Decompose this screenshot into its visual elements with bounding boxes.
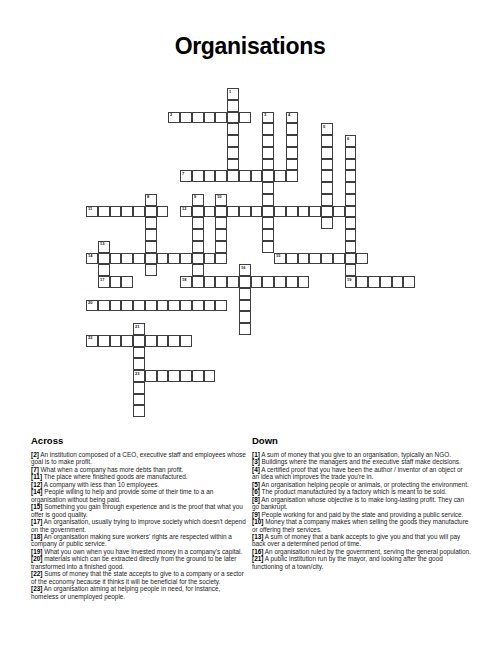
- grid-cell-r27c4[interactable]: [133, 405, 145, 417]
- grid-cell-r10c3[interactable]: [121, 206, 133, 218]
- grid-cell-r2c8[interactable]: [180, 112, 192, 124]
- grid-cell-r5c12[interactable]: [227, 147, 239, 159]
- grid-cell-r20c4[interactable]: 21: [133, 323, 145, 335]
- grid-cell-r24c8[interactable]: [180, 370, 192, 382]
- clue-number-4: 4: [288, 113, 290, 117]
- clue-number-18: 18: [182, 278, 186, 282]
- grid-cell-r14c3[interactable]: [121, 253, 133, 265]
- grid-cell-r3c17[interactable]: [286, 123, 298, 135]
- grid-cell-r10c17[interactable]: [286, 206, 298, 218]
- grid-cell-r21c6[interactable]: [157, 335, 169, 347]
- grid-cell-r16c18[interactable]: [298, 276, 310, 288]
- grid-cell-r10c1[interactable]: [98, 206, 110, 218]
- grid-cell-r6c20[interactable]: [321, 159, 333, 171]
- grid-cell-r11c9[interactable]: [192, 217, 204, 229]
- clue-down-9: [9] People working for and paid by the s…: [252, 511, 471, 518]
- grid-cell-r12c22[interactable]: [345, 229, 357, 241]
- clue-number-5: 5: [323, 125, 325, 129]
- grid-cell-r16c24[interactable]: [368, 276, 380, 288]
- clue-across-22-number: [22]: [31, 570, 42, 577]
- grid-cell-r7c17[interactable]: [286, 170, 298, 182]
- clue-down-21-number: [21]: [252, 555, 263, 562]
- grid-cell-r19c13[interactable]: [239, 311, 251, 323]
- clue-number-20: 20: [88, 301, 92, 305]
- grid-cell-r18c11[interactable]: [215, 300, 227, 312]
- clue-down-8-number: [8]: [252, 496, 260, 503]
- grid-cell-r21c2[interactable]: [110, 335, 122, 347]
- clue-down-6-number: [6]: [252, 488, 260, 495]
- grid-cell-r18c10[interactable]: [204, 300, 216, 312]
- grid-cell-r14c10[interactable]: [204, 253, 216, 265]
- grid-cell-r18c13[interactable]: [239, 300, 251, 312]
- clue-across-2-number: [2]: [31, 451, 39, 458]
- grid-cell-r1c12[interactable]: [227, 100, 239, 112]
- grid-cell-r16c25[interactable]: [380, 276, 392, 288]
- grid-cell-r14c18[interactable]: [298, 253, 310, 265]
- down-header: Down: [252, 435, 471, 446]
- grid-cell-r10c16[interactable]: [274, 206, 286, 218]
- grid-cell-r16c23[interactable]: [356, 276, 368, 288]
- grid-cell-r7c10[interactable]: [204, 170, 216, 182]
- clue-down-6: [6] The product manufactured by a factor…: [252, 488, 471, 495]
- grid-cell-r11c20[interactable]: [321, 217, 333, 229]
- clue-across-15: [15] Something you gain through experien…: [31, 503, 247, 518]
- grid-cell-r21c3[interactable]: [121, 335, 133, 347]
- grid-cell-r9c11[interactable]: 10: [215, 194, 227, 206]
- clue-across-19-number: [19]: [31, 548, 42, 555]
- grid-cell-r14c9[interactable]: [192, 253, 204, 265]
- clue-number-22: 22: [88, 336, 92, 340]
- clue-across-11: [11] The place where finished goods are …: [31, 473, 247, 480]
- grid-cell-r7c14[interactable]: [251, 170, 263, 182]
- grid-cell-r16c1[interactable]: 17: [98, 276, 110, 288]
- grid-cell-r12c15[interactable]: [262, 229, 274, 241]
- grid-cell-r16c22[interactable]: 19: [345, 276, 357, 288]
- clue-across-20-number: [20]: [31, 555, 42, 562]
- clue-down-9-number: [9]: [252, 511, 260, 518]
- grid-cell-r16c26[interactable]: [392, 276, 404, 288]
- clue-across-17-number: [17]: [31, 518, 42, 525]
- grid-cell-r13c22[interactable]: [345, 241, 357, 253]
- across-clue-list: [2] An institution composed of a CEO, ex…: [31, 451, 247, 600]
- grid-cell-r3c12[interactable]: [227, 123, 239, 135]
- grid-cell-r13c15[interactable]: [262, 241, 274, 253]
- grid-cell-r10c4[interactable]: [133, 206, 145, 218]
- clue-number-13: 13: [100, 242, 104, 246]
- grid-cell-r7c11[interactable]: [215, 170, 227, 182]
- clue-number-23: 23: [135, 372, 139, 376]
- grid-cell-r5c20[interactable]: [321, 147, 333, 159]
- grid-cell-r10c9[interactable]: [192, 206, 204, 218]
- grid-cell-r18c0[interactable]: 20: [86, 300, 98, 312]
- clue-number-7: 7: [182, 172, 184, 176]
- grid-cell-r15c5[interactable]: [145, 264, 157, 276]
- clue-across-23: [23] An organisation aiming at helping p…: [31, 585, 247, 600]
- grid-cell-r16c10[interactable]: [204, 276, 216, 288]
- grid-cell-r14c17[interactable]: [286, 253, 298, 265]
- grid-cell-r13c11[interactable]: [215, 241, 227, 253]
- across-clues-section: Across [2] An institution composed of a …: [31, 435, 247, 600]
- grid-cell-r4c20[interactable]: [321, 135, 333, 147]
- clue-across-19: [19] What you own when you have invested…: [31, 548, 247, 555]
- grid-cell-r2c13[interactable]: [239, 112, 251, 124]
- grid-cell-r18c8[interactable]: [180, 300, 192, 312]
- clue-across-7: [7] What when a company has more debts t…: [31, 466, 247, 473]
- grid-cell-r21c5[interactable]: [145, 335, 157, 347]
- grid-cell-r14c20[interactable]: [321, 253, 333, 265]
- grid-cell-r6c12[interactable]: [227, 159, 239, 171]
- clue-number-21: 21: [135, 325, 139, 329]
- grid-cell-r11c5[interactable]: [145, 217, 157, 229]
- grid-cell-r10c8[interactable]: 12: [180, 206, 192, 218]
- grid-cell-r24c7[interactable]: [168, 370, 180, 382]
- grid-cell-r15c9[interactable]: [192, 264, 204, 276]
- grid-cell-r8c15[interactable]: [262, 182, 274, 194]
- grid-cell-r21c1[interactable]: [98, 335, 110, 347]
- grid-cell-r9c5[interactable]: 8: [145, 194, 157, 206]
- grid-cell-r16c13[interactable]: [239, 276, 251, 288]
- grid-cell-r8c20[interactable]: [321, 182, 333, 194]
- across-header: Across: [31, 435, 247, 446]
- grid-cell-r16c14[interactable]: [251, 276, 263, 288]
- grid-cell-r21c7[interactable]: [168, 335, 180, 347]
- grid-cell-r7c9[interactable]: [192, 170, 204, 182]
- clue-across-15-number: [15]: [31, 503, 42, 510]
- grid-cell-r15c22[interactable]: [345, 264, 357, 276]
- clue-across-18: [18] An organisation making sure workers…: [31, 533, 247, 548]
- grid-cell-r18c5[interactable]: [145, 300, 157, 312]
- grid-cell-r12c11[interactable]: [215, 229, 227, 241]
- clue-across-14-number: [14]: [31, 488, 42, 495]
- clue-number-8: 8: [147, 195, 149, 199]
- grid-cell-r16c16[interactable]: [274, 276, 286, 288]
- clue-across-2: [2] An institution composed of a CEO, ex…: [31, 451, 247, 466]
- grid-cell-r18c6[interactable]: [157, 300, 169, 312]
- clue-down-3: [3] Buildings where the managers and the…: [252, 458, 471, 465]
- grid-cell-r24c6[interactable]: [157, 370, 169, 382]
- grid-cell-r10c2[interactable]: [110, 206, 122, 218]
- grid-cell-r7c12[interactable]: [227, 170, 239, 182]
- grid-cell-r24c9[interactable]: [192, 370, 204, 382]
- grid-cell-r3c15[interactable]: [262, 123, 274, 135]
- grid-cell-r9c22[interactable]: [345, 194, 357, 206]
- down-clues-section: Down [1] A sum of money that you give to…: [252, 435, 471, 570]
- grid-cell-r7c20[interactable]: [321, 170, 333, 182]
- grid-cell-r9c20[interactable]: [321, 194, 333, 206]
- grid-cell-r14c6[interactable]: [157, 253, 169, 265]
- grid-cell-r10c6[interactable]: [157, 206, 169, 218]
- grid-cell-r13c1[interactable]: 13: [98, 241, 110, 253]
- clue-down-10-number: [10]: [252, 518, 263, 525]
- grid-cell-r10c13[interactable]: [239, 206, 251, 218]
- clue-down-21: [21] A public institution run by the may…: [252, 555, 471, 570]
- grid-cell-r4c15[interactable]: [262, 135, 274, 147]
- grid-cell-r16c2[interactable]: [110, 276, 122, 288]
- clue-number-15: 15: [276, 254, 280, 258]
- clue-number-16: 16: [241, 266, 245, 270]
- grid-cell-r17c13[interactable]: [239, 288, 251, 300]
- clue-down-8: [8] An organisation whose objective is t…: [252, 496, 471, 511]
- clue-across-18-number: [18]: [31, 533, 42, 540]
- grid-cell-r22c4[interactable]: [133, 347, 145, 359]
- grid-cell-r9c9[interactable]: 9: [192, 194, 204, 206]
- clue-across-11-number: [11]: [31, 473, 42, 480]
- grid-cell-r5c22[interactable]: [345, 147, 357, 159]
- grid-cell-r18c9[interactable]: [192, 300, 204, 312]
- grid-cell-r2c10[interactable]: [204, 112, 216, 124]
- grid-cell-r10c18[interactable]: [298, 206, 310, 218]
- grid-cell-r12c5[interactable]: [145, 229, 157, 241]
- grid-cell-r18c3[interactable]: [121, 300, 133, 312]
- grid-cell-r2c17[interactable]: 4: [286, 112, 298, 124]
- clue-down-3-number: [3]: [252, 458, 260, 465]
- grid-cell-r6c22[interactable]: [345, 159, 357, 171]
- grid-cell-r18c4[interactable]: [133, 300, 145, 312]
- grid-cell-r21c8[interactable]: [180, 335, 192, 347]
- clue-down-13-number: [13]: [252, 533, 263, 540]
- grid-cell-r24c10[interactable]: [204, 370, 216, 382]
- grid-cell-r14c22[interactable]: [345, 253, 357, 265]
- grid-cell-r10c12[interactable]: [227, 206, 239, 218]
- clue-across-14: [14] People willing to help and provide …: [31, 488, 247, 503]
- clue-across-23-number: [23]: [31, 585, 42, 592]
- grid-cell-r14c1[interactable]: [98, 253, 110, 265]
- grid-cell-r0c12[interactable]: 1: [227, 88, 239, 100]
- grid-cell-r12c9[interactable]: [192, 229, 204, 241]
- grid-cell-r9c15[interactable]: [262, 194, 274, 206]
- grid-cell-r16c11[interactable]: [215, 276, 227, 288]
- clue-across-20: [20] materials which can be extracted di…: [31, 555, 247, 570]
- grid-cell-r20c13[interactable]: [239, 323, 251, 335]
- grid-cell-r7c8[interactable]: 7: [180, 170, 192, 182]
- grid-cell-r8c22[interactable]: [345, 182, 357, 194]
- grid-cell-r15c13[interactable]: 16: [239, 264, 251, 276]
- clue-number-6: 6: [347, 137, 349, 141]
- grid-cell-r7c15[interactable]: [262, 170, 274, 182]
- grid-cell-r11c11[interactable]: [215, 217, 227, 229]
- grid-cell-r4c17[interactable]: [286, 135, 298, 147]
- grid-cell-r11c22[interactable]: [345, 217, 357, 229]
- grid-cell-r13c5[interactable]: [145, 241, 157, 253]
- grid-cell-r14c0[interactable]: 14: [86, 253, 98, 265]
- grid-cell-r14c8[interactable]: [180, 253, 192, 265]
- grid-cell-r10c21[interactable]: [333, 206, 345, 218]
- grid-cell-r3c20[interactable]: 5: [321, 123, 333, 135]
- grid-cell-r2c12[interactable]: [227, 112, 239, 124]
- grid-cell-r2c9[interactable]: [192, 112, 204, 124]
- grid-cell-r24c5[interactable]: [145, 370, 157, 382]
- grid-cell-r23c4[interactable]: [133, 358, 145, 370]
- grid-cell-r4c12[interactable]: [227, 135, 239, 147]
- page-title: Organisations: [0, 33, 500, 60]
- grid-cell-r11c15[interactable]: [262, 217, 274, 229]
- clue-number-14: 14: [88, 254, 92, 258]
- clue-number-10: 10: [217, 195, 221, 199]
- clue-across-17: [17] An organisation, usually trying to …: [31, 518, 247, 533]
- grid-cell-r7c13[interactable]: [239, 170, 251, 182]
- clue-down-4-number: [4]: [252, 466, 260, 473]
- grid-cell-r10c14[interactable]: [251, 206, 263, 218]
- grid-cell-r16c17[interactable]: [286, 276, 298, 288]
- grid-cell-r7c16[interactable]: [274, 170, 286, 182]
- grid-cell-r16c3[interactable]: [121, 276, 133, 288]
- grid-cell-r4c22[interactable]: 6: [345, 135, 357, 147]
- grid-cell-r14c2[interactable]: [110, 253, 122, 265]
- grid-cell-r10c15[interactable]: [262, 206, 274, 218]
- grid-cell-r16c15[interactable]: [262, 276, 274, 288]
- grid-cell-r2c7[interactable]: 2: [168, 112, 180, 124]
- clue-down-16-number: [16]: [252, 548, 263, 555]
- clue-across-22: [22] Sums of money that the state accept…: [31, 570, 247, 585]
- clue-number-12: 12: [182, 207, 186, 211]
- grid-cell-r6c15[interactable]: [262, 159, 274, 171]
- clue-number-3: 3: [264, 113, 266, 117]
- grid-cell-r14c19[interactable]: [309, 253, 321, 265]
- clue-down-1-number: [1]: [252, 451, 260, 458]
- grid-cell-r2c15[interactable]: 3: [262, 112, 274, 124]
- grid-cell-r5c17[interactable]: [286, 147, 298, 159]
- grid-cell-r18c2[interactable]: [110, 300, 122, 312]
- grid-cell-r26c4[interactable]: [133, 394, 145, 406]
- grid-cell-r21c0[interactable]: 22: [86, 335, 98, 347]
- grid-cell-r6c17[interactable]: [286, 159, 298, 171]
- grid-cell-r16c12[interactable]: [227, 276, 239, 288]
- grid-cell-r7c22[interactable]: [345, 170, 357, 182]
- down-clue-list: [1] A sum of money that you give to an o…: [252, 451, 471, 570]
- grid-cell-r14c23[interactable]: [356, 253, 368, 265]
- grid-cell-r10c22[interactable]: [345, 206, 357, 218]
- clue-number-1: 1: [229, 90, 231, 94]
- clue-down-5: [5] An organisation helping people or an…: [252, 481, 471, 488]
- grid-cell-r5c15[interactable]: [262, 147, 274, 159]
- clue-number-17: 17: [100, 278, 104, 282]
- grid-cell-r16c8[interactable]: 18: [180, 276, 192, 288]
- clue-across-12-number: [12]: [31, 481, 42, 488]
- clue-number-11: 11: [88, 207, 92, 211]
- grid-cell-r14c11[interactable]: [215, 253, 227, 265]
- grid-cell-r2c11[interactable]: [215, 112, 227, 124]
- grid-cell-r16c9[interactable]: [192, 276, 204, 288]
- grid-cell-r14c4[interactable]: [133, 253, 145, 265]
- grid-cell-r10c0[interactable]: 11: [86, 206, 98, 218]
- grid-cell-r15c1[interactable]: [98, 264, 110, 276]
- grid-cell-r13c9[interactable]: [192, 241, 204, 253]
- grid-cell-r14c7[interactable]: [168, 253, 180, 265]
- grid-cell-r25c4[interactable]: [133, 382, 145, 394]
- grid-cell-r18c7[interactable]: [168, 300, 180, 312]
- grid-cell-r14c21[interactable]: [333, 253, 345, 265]
- grid-cell-r10c5[interactable]: [145, 206, 157, 218]
- clue-across-12: [12] A company with less than 10 employe…: [31, 481, 247, 488]
- clue-number-2: 2: [170, 113, 172, 117]
- clue-down-16: [16] An organisation ruled by the govern…: [252, 548, 471, 555]
- clue-down-4: [4] A certified proof that you have been…: [252, 466, 471, 481]
- clue-number-9: 9: [194, 195, 196, 199]
- grid-cell-r14c16[interactable]: 15: [274, 253, 286, 265]
- grid-cell-r16c27[interactable]: [403, 276, 415, 288]
- clue-across-7-number: [7]: [31, 466, 39, 473]
- crossword-grid: 1234567891011121314151617181920212223: [86, 88, 416, 418]
- clue-down-13: [13] A sum of money that a bank accepts …: [252, 533, 471, 548]
- grid-cell-r14c5[interactable]: [145, 253, 157, 265]
- grid-cell-r24c4[interactable]: 23: [133, 370, 145, 382]
- grid-cell-r10c19[interactable]: [309, 206, 321, 218]
- grid-cell-r10c20[interactable]: [321, 206, 333, 218]
- clue-number-19: 19: [347, 278, 351, 282]
- grid-cell-r21c4[interactable]: [133, 335, 145, 347]
- grid-cell-r10c11[interactable]: [215, 206, 227, 218]
- clue-down-5-number: [5]: [252, 481, 260, 488]
- grid-cell-r18c1[interactable]: [98, 300, 110, 312]
- grid-cell-r10c10[interactable]: [204, 206, 216, 218]
- clue-down-10: [10] Money that a company makes when sel…: [252, 518, 471, 533]
- clue-down-1: [1] A sum of money that you give to an o…: [252, 451, 471, 458]
